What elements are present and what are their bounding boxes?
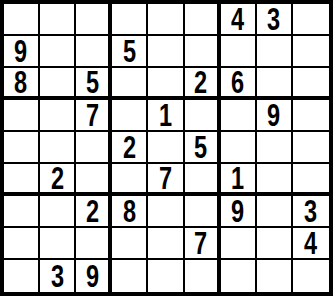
sudoku-cell-r9c4[interactable]: [112, 260, 148, 292]
sudoku-cell-r5c6[interactable]: 5: [185, 132, 221, 164]
sudoku-cell-r6c1[interactable]: [4, 164, 40, 196]
sudoku-given-digit: 4: [304, 228, 317, 259]
sudoku-cell-r3c9[interactable]: [293, 68, 329, 100]
sudoku-cell-r4c5[interactable]: 1: [148, 100, 184, 132]
sudoku-cell-r6c3[interactable]: [76, 164, 112, 196]
sudoku-cell-r2c9[interactable]: [293, 36, 329, 68]
sudoku-cell-r4c6[interactable]: [185, 100, 221, 132]
sudoku-given-digit: 2: [86, 196, 99, 227]
sudoku-cell-r9c1[interactable]: [4, 260, 40, 292]
sudoku-given-digit: 2: [194, 68, 207, 98]
sudoku-cell-r7c6[interactable]: [185, 196, 221, 228]
sudoku-cell-r6c8[interactable]: [257, 164, 293, 196]
sudoku-puzzle: 439585267192527128937439: [0, 0, 333, 296]
sudoku-cell-r9c5[interactable]: [148, 260, 184, 292]
sudoku-cell-r5c7[interactable]: [221, 132, 257, 164]
sudoku-cell-r3c8[interactable]: [257, 68, 293, 100]
sudoku-given-digit: 5: [123, 36, 136, 67]
sudoku-cell-r8c4[interactable]: [112, 228, 148, 260]
sudoku-cell-r5c1[interactable]: [4, 132, 40, 164]
sudoku-cell-r5c2[interactable]: [40, 132, 76, 164]
sudoku-cell-r9c6[interactable]: [185, 260, 221, 292]
sudoku-cell-r2c6[interactable]: [185, 36, 221, 68]
sudoku-cell-r3c3[interactable]: 5: [76, 68, 112, 100]
sudoku-given-digit: 3: [51, 261, 64, 292]
sudoku-cell-r5c8[interactable]: [257, 132, 293, 164]
sudoku-given-digit: 2: [123, 132, 136, 163]
sudoku-given-digit: 9: [14, 36, 27, 67]
sudoku-cell-r1c9[interactable]: [293, 4, 329, 36]
sudoku-cell-r3c4[interactable]: [112, 68, 148, 100]
sudoku-given-digit: 5: [86, 68, 99, 98]
sudoku-cell-r8c8[interactable]: [257, 228, 293, 260]
sudoku-given-digit: 6: [231, 68, 244, 98]
sudoku-cell-r2c2[interactable]: [40, 36, 76, 68]
sudoku-given-digit: 8: [123, 196, 136, 227]
sudoku-cell-r8c1[interactable]: [4, 228, 40, 260]
sudoku-cell-r7c3[interactable]: 2: [76, 196, 112, 228]
sudoku-given-digit: 3: [267, 4, 280, 35]
sudoku-cell-r2c8[interactable]: [257, 36, 293, 68]
sudoku-given-digit: 7: [159, 164, 172, 194]
sudoku-cell-r6c2[interactable]: 2: [40, 164, 76, 196]
sudoku-cell-r3c7[interactable]: 6: [221, 68, 257, 100]
sudoku-cell-r7c4[interactable]: 8: [112, 196, 148, 228]
sudoku-cell-r7c8[interactable]: [257, 196, 293, 228]
sudoku-cell-r6c4[interactable]: [112, 164, 148, 196]
sudoku-cell-r5c9[interactable]: [293, 132, 329, 164]
sudoku-cell-r8c6[interactable]: 7: [185, 228, 221, 260]
sudoku-given-digit: 9: [267, 100, 280, 131]
sudoku-board: 439585267192527128937439: [0, 0, 333, 296]
sudoku-cell-r2c5[interactable]: [148, 36, 184, 68]
sudoku-cell-r4c7[interactable]: [221, 100, 257, 132]
sudoku-cell-r4c4[interactable]: [112, 100, 148, 132]
sudoku-cell-r3c2[interactable]: [40, 68, 76, 100]
sudoku-cell-r4c3[interactable]: 7: [76, 100, 112, 132]
sudoku-cell-r3c5[interactable]: [148, 68, 184, 100]
sudoku-cell-r9c7[interactable]: [221, 260, 257, 292]
sudoku-cell-r6c7[interactable]: 1: [221, 164, 257, 196]
sudoku-given-digit: 9: [86, 261, 99, 292]
sudoku-cell-r1c8[interactable]: 3: [257, 4, 293, 36]
sudoku-given-digit: 7: [86, 100, 99, 131]
sudoku-cell-r6c9[interactable]: [293, 164, 329, 196]
sudoku-cell-r1c3[interactable]: [76, 4, 112, 36]
sudoku-given-digit: 1: [231, 164, 244, 194]
sudoku-cell-r8c9[interactable]: 4: [293, 228, 329, 260]
sudoku-cell-r7c9[interactable]: 3: [293, 196, 329, 228]
sudoku-cell-r1c2[interactable]: [40, 4, 76, 36]
sudoku-cell-r9c3[interactable]: 9: [76, 260, 112, 292]
sudoku-cell-r1c4[interactable]: [112, 4, 148, 36]
sudoku-cell-r8c7[interactable]: [221, 228, 257, 260]
sudoku-cell-r1c6[interactable]: [185, 4, 221, 36]
sudoku-cell-r8c3[interactable]: [76, 228, 112, 260]
sudoku-cell-r7c7[interactable]: 9: [221, 196, 257, 228]
sudoku-given-digit: 4: [231, 4, 244, 35]
sudoku-cell-r2c3[interactable]: [76, 36, 112, 68]
sudoku-cell-r4c1[interactable]: [4, 100, 40, 132]
sudoku-cell-r4c9[interactable]: [293, 100, 329, 132]
sudoku-cell-r6c5[interactable]: 7: [148, 164, 184, 196]
sudoku-cell-r2c1[interactable]: 9: [4, 36, 40, 68]
sudoku-cell-r1c1[interactable]: [4, 4, 40, 36]
sudoku-cell-r7c2[interactable]: [40, 196, 76, 228]
sudoku-given-digit: 3: [304, 196, 317, 227]
sudoku-cell-r7c1[interactable]: [4, 196, 40, 228]
sudoku-cell-r8c2[interactable]: [40, 228, 76, 260]
sudoku-cell-r4c8[interactable]: 9: [257, 100, 293, 132]
sudoku-cell-r5c5[interactable]: [148, 132, 184, 164]
sudoku-cell-r9c8[interactable]: [257, 260, 293, 292]
sudoku-cell-r4c2[interactable]: [40, 100, 76, 132]
sudoku-cell-r6c6[interactable]: [185, 164, 221, 196]
sudoku-given-digit: 7: [194, 228, 207, 259]
sudoku-given-digit: 5: [194, 132, 207, 163]
sudoku-cell-r5c4[interactable]: 2: [112, 132, 148, 164]
sudoku-cell-r9c9[interactable]: [293, 260, 329, 292]
sudoku-given-digit: 1: [159, 100, 172, 131]
sudoku-cell-r3c1[interactable]: 8: [4, 68, 40, 100]
sudoku-given-digit: 8: [14, 68, 27, 98]
sudoku-cell-r7c5[interactable]: [148, 196, 184, 228]
sudoku-cell-r8c5[interactable]: [148, 228, 184, 260]
sudoku-given-digit: 2: [51, 164, 64, 194]
sudoku-cell-r5c3[interactable]: [76, 132, 112, 164]
sudoku-cell-r9c2[interactable]: 3: [40, 260, 76, 292]
sudoku-given-digit: 9: [231, 196, 244, 227]
sudoku-cell-r3c6[interactable]: 2: [185, 68, 221, 100]
sudoku-cell-r1c7[interactable]: 4: [221, 4, 257, 36]
sudoku-cell-r1c5[interactable]: [148, 4, 184, 36]
sudoku-cell-r2c7[interactable]: [221, 36, 257, 68]
sudoku-cell-r2c4[interactable]: 5: [112, 36, 148, 68]
